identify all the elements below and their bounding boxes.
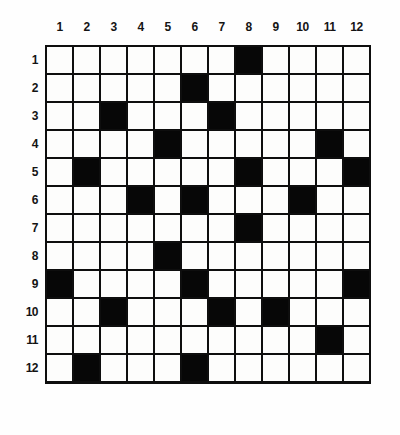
cell-r3-c9[interactable] xyxy=(263,103,288,129)
cell-r7-c2[interactable] xyxy=(74,215,99,241)
black-cell-r12-c6 xyxy=(182,355,207,381)
black-cell-r3-c3 xyxy=(101,103,126,129)
black-cell-r10-c3 xyxy=(101,299,126,325)
cell-r1-c12[interactable] xyxy=(344,47,369,73)
black-cell-r4-c11 xyxy=(317,131,342,157)
black-cell-r7-c8 xyxy=(236,215,261,241)
cell-r12-c12[interactable] xyxy=(344,355,369,381)
cell-r1-c1[interactable] xyxy=(47,47,72,73)
cell-r4-c12[interactable] xyxy=(344,131,369,157)
column-label-4: 4 xyxy=(128,20,153,34)
cell-r12-c9[interactable] xyxy=(263,355,288,381)
cell-r4-c9[interactable] xyxy=(263,131,288,157)
cell-r7-c4[interactable] xyxy=(128,215,153,241)
cell-r10-c8[interactable] xyxy=(236,299,261,325)
cell-r5-c7[interactable] xyxy=(209,159,234,185)
cell-r1-c6[interactable] xyxy=(182,47,207,73)
column-label-9: 9 xyxy=(263,20,288,34)
cell-r8-c11[interactable] xyxy=(317,243,342,269)
cell-r7-c10[interactable] xyxy=(290,215,315,241)
cell-r8-c2[interactable] xyxy=(74,243,99,269)
cell-r9-c8[interactable] xyxy=(236,271,261,297)
cell-r12-c8[interactable] xyxy=(236,355,261,381)
cell-r9-c4[interactable] xyxy=(128,271,153,297)
column-label-10: 10 xyxy=(290,20,315,34)
cell-r4-c2[interactable] xyxy=(74,131,99,157)
column-labels: 123456789101112 xyxy=(45,20,371,34)
cell-r8-c9[interactable] xyxy=(263,243,288,269)
cell-r5-c3[interactable] xyxy=(101,159,126,185)
cell-r12-c4[interactable] xyxy=(128,355,153,381)
cell-r3-c2[interactable] xyxy=(74,103,99,129)
row-label-1: 1 xyxy=(12,47,38,73)
cell-r7-c5[interactable] xyxy=(155,215,180,241)
cell-r7-c3[interactable] xyxy=(101,215,126,241)
black-cell-r4-c5 xyxy=(155,131,180,157)
column-label-3: 3 xyxy=(101,20,126,34)
cell-r2-c5[interactable] xyxy=(155,75,180,101)
cell-r12-c1[interactable] xyxy=(47,355,72,381)
cell-r6-c2[interactable] xyxy=(74,187,99,213)
cell-r11-c7[interactable] xyxy=(209,327,234,353)
cell-r6-c8[interactable] xyxy=(236,187,261,213)
cell-r6-c3[interactable] xyxy=(101,187,126,213)
row-label-9: 9 xyxy=(12,271,38,297)
cell-r4-c3[interactable] xyxy=(101,131,126,157)
cell-r6-c5[interactable] xyxy=(155,187,180,213)
black-cell-r5-c8 xyxy=(236,159,261,185)
black-cell-r11-c11 xyxy=(317,327,342,353)
cell-r9-c5[interactable] xyxy=(155,271,180,297)
cell-r5-c6[interactable] xyxy=(182,159,207,185)
cell-r7-c9[interactable] xyxy=(263,215,288,241)
cell-r8-c7[interactable] xyxy=(209,243,234,269)
cell-r4-c10[interactable] xyxy=(290,131,315,157)
cell-r5-c5[interactable] xyxy=(155,159,180,185)
black-cell-r5-c12 xyxy=(344,159,369,185)
cell-r7-c1[interactable] xyxy=(47,215,72,241)
cell-r10-c10[interactable] xyxy=(290,299,315,325)
cell-r8-c1[interactable] xyxy=(47,243,72,269)
row-label-12: 12 xyxy=(12,355,38,381)
black-cell-r1-c8 xyxy=(236,47,261,73)
row-label-11: 11 xyxy=(12,327,38,353)
cell-r6-c12[interactable] xyxy=(344,187,369,213)
cell-r2-c8[interactable] xyxy=(236,75,261,101)
cell-r3-c5[interactable] xyxy=(155,103,180,129)
cell-r3-c10[interactable] xyxy=(290,103,315,129)
cell-r2-c11[interactable] xyxy=(317,75,342,101)
black-cell-r10-c9 xyxy=(263,299,288,325)
cell-r5-c9[interactable] xyxy=(263,159,288,185)
cell-r3-c1[interactable] xyxy=(47,103,72,129)
cell-r10-c12[interactable] xyxy=(344,299,369,325)
row-label-2: 2 xyxy=(12,75,38,101)
row-label-4: 4 xyxy=(12,131,38,157)
cell-r3-c6[interactable] xyxy=(182,103,207,129)
column-label-7: 7 xyxy=(209,20,234,34)
cell-r2-c12[interactable] xyxy=(344,75,369,101)
black-cell-r3-c7 xyxy=(209,103,234,129)
cell-r2-c9[interactable] xyxy=(263,75,288,101)
row-label-5: 5 xyxy=(12,159,38,185)
cell-r5-c10[interactable] xyxy=(290,159,315,185)
cell-r1-c4[interactable] xyxy=(128,47,153,73)
column-label-11: 11 xyxy=(317,20,342,34)
cell-r7-c7[interactable] xyxy=(209,215,234,241)
cell-r11-c6[interactable] xyxy=(182,327,207,353)
black-cell-r6-c4 xyxy=(128,187,153,213)
black-cell-r9-c6 xyxy=(182,271,207,297)
cell-r2-c4[interactable] xyxy=(128,75,153,101)
cell-r5-c1[interactable] xyxy=(47,159,72,185)
row-label-6: 6 xyxy=(12,187,38,213)
black-cell-r9-c1 xyxy=(47,271,72,297)
cell-r6-c7[interactable] xyxy=(209,187,234,213)
cell-r9-c10[interactable] xyxy=(290,271,315,297)
cell-r9-c9[interactable] xyxy=(263,271,288,297)
cell-r8-c6[interactable] xyxy=(182,243,207,269)
cell-r4-c8[interactable] xyxy=(236,131,261,157)
cell-r3-c12[interactable] xyxy=(344,103,369,129)
cell-r4-c6[interactable] xyxy=(182,131,207,157)
cell-r2-c3[interactable] xyxy=(101,75,126,101)
cell-r8-c3[interactable] xyxy=(101,243,126,269)
cell-r3-c8[interactable] xyxy=(236,103,261,129)
row-label-10: 10 xyxy=(12,299,38,325)
cell-r11-c2[interactable] xyxy=(74,327,99,353)
black-cell-r8-c5 xyxy=(155,243,180,269)
cell-r1-c5[interactable] xyxy=(155,47,180,73)
cell-r5-c11[interactable] xyxy=(317,159,342,185)
cell-r10-c11[interactable] xyxy=(317,299,342,325)
cell-r1-c10[interactable] xyxy=(290,47,315,73)
crossword-grid xyxy=(45,45,371,383)
cell-r1-c11[interactable] xyxy=(317,47,342,73)
cell-r11-c3[interactable] xyxy=(101,327,126,353)
cell-r9-c7[interactable] xyxy=(209,271,234,297)
black-cell-r6-c10 xyxy=(290,187,315,213)
cell-r10-c4[interactable] xyxy=(128,299,153,325)
cell-r2-c2[interactable] xyxy=(74,75,99,101)
black-cell-r9-c12 xyxy=(344,271,369,297)
cell-r8-c10[interactable] xyxy=(290,243,315,269)
cell-r4-c7[interactable] xyxy=(209,131,234,157)
column-label-12: 12 xyxy=(344,20,369,34)
cell-r2-c7[interactable] xyxy=(209,75,234,101)
black-cell-r2-c6 xyxy=(182,75,207,101)
cell-r11-c8[interactable] xyxy=(236,327,261,353)
cell-r7-c12[interactable] xyxy=(344,215,369,241)
column-label-8: 8 xyxy=(236,20,261,34)
column-label-1: 1 xyxy=(47,20,72,34)
cell-r2-c1[interactable] xyxy=(47,75,72,101)
cell-r12-c11[interactable] xyxy=(317,355,342,381)
cell-r9-c11[interactable] xyxy=(317,271,342,297)
cell-r4-c4[interactable] xyxy=(128,131,153,157)
puzzle-page: 123456789101112 123456789101112 xyxy=(0,0,400,435)
cell-r6-c1[interactable] xyxy=(47,187,72,213)
cell-r11-c5[interactable] xyxy=(155,327,180,353)
cell-r1-c9[interactable] xyxy=(263,47,288,73)
black-cell-r12-c2 xyxy=(74,355,99,381)
black-cell-r10-c7 xyxy=(209,299,234,325)
cell-r9-c3[interactable] xyxy=(101,271,126,297)
cell-r8-c8[interactable] xyxy=(236,243,261,269)
cell-r11-c1[interactable] xyxy=(47,327,72,353)
column-label-6: 6 xyxy=(182,20,207,34)
cell-r2-c10[interactable] xyxy=(290,75,315,101)
cell-r10-c5[interactable] xyxy=(155,299,180,325)
row-label-7: 7 xyxy=(12,215,38,241)
cell-r11-c10[interactable] xyxy=(290,327,315,353)
cell-r8-c12[interactable] xyxy=(344,243,369,269)
column-label-5: 5 xyxy=(155,20,180,34)
column-label-2: 2 xyxy=(74,20,99,34)
cell-r12-c10[interactable] xyxy=(290,355,315,381)
black-cell-r6-c6 xyxy=(182,187,207,213)
cell-r11-c4[interactable] xyxy=(128,327,153,353)
cell-r10-c6[interactable] xyxy=(182,299,207,325)
cell-r1-c3[interactable] xyxy=(101,47,126,73)
cell-r7-c6[interactable] xyxy=(182,215,207,241)
cell-r6-c11[interactable] xyxy=(317,187,342,213)
cell-r8-c4[interactable] xyxy=(128,243,153,269)
cell-r10-c2[interactable] xyxy=(74,299,99,325)
cell-r3-c11[interactable] xyxy=(317,103,342,129)
cell-r12-c7[interactable] xyxy=(209,355,234,381)
cell-r7-c11[interactable] xyxy=(317,215,342,241)
row-label-3: 3 xyxy=(12,103,38,129)
cell-r10-c1[interactable] xyxy=(47,299,72,325)
cell-r1-c2[interactable] xyxy=(74,47,99,73)
row-label-8: 8 xyxy=(12,243,38,269)
cell-r5-c4[interactable] xyxy=(128,159,153,185)
cell-r11-c12[interactable] xyxy=(344,327,369,353)
cell-r12-c3[interactable] xyxy=(101,355,126,381)
cell-r1-c7[interactable] xyxy=(209,47,234,73)
cell-r4-c1[interactable] xyxy=(47,131,72,157)
cell-r12-c5[interactable] xyxy=(155,355,180,381)
cell-r11-c9[interactable] xyxy=(263,327,288,353)
cell-r9-c2[interactable] xyxy=(74,271,99,297)
row-labels: 123456789101112 xyxy=(12,45,38,383)
cell-r3-c4[interactable] xyxy=(128,103,153,129)
cell-r6-c9[interactable] xyxy=(263,187,288,213)
black-cell-r5-c2 xyxy=(74,159,99,185)
